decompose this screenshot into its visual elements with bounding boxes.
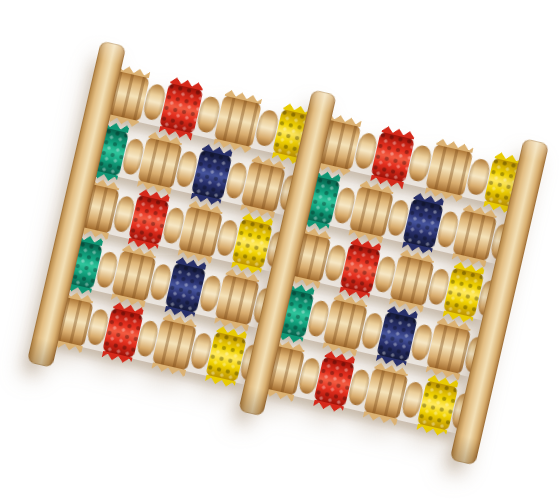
photo-canvas <box>0 0 560 504</box>
roller-segment-gear <box>425 143 474 197</box>
roller-segment-gear <box>363 367 409 420</box>
foot-massage-roller <box>27 40 549 465</box>
roller-segment-gear <box>389 254 435 307</box>
roller-segment-gear <box>137 136 183 189</box>
roller-segment-gear <box>152 318 198 371</box>
roller-segment-gear <box>214 273 260 326</box>
roller-segment-gear <box>452 209 498 262</box>
roller-segment-gear <box>349 185 395 238</box>
roller-segment-gear <box>178 205 224 258</box>
roller-segment-gear <box>426 322 472 375</box>
roller-segment-red <box>371 131 416 184</box>
roller-segment-gear <box>213 94 262 148</box>
roller-segment-gear <box>323 298 369 351</box>
roller-segment-gear <box>240 160 286 213</box>
roller-segment-gear <box>111 249 157 302</box>
roller-segment-red <box>159 82 204 135</box>
